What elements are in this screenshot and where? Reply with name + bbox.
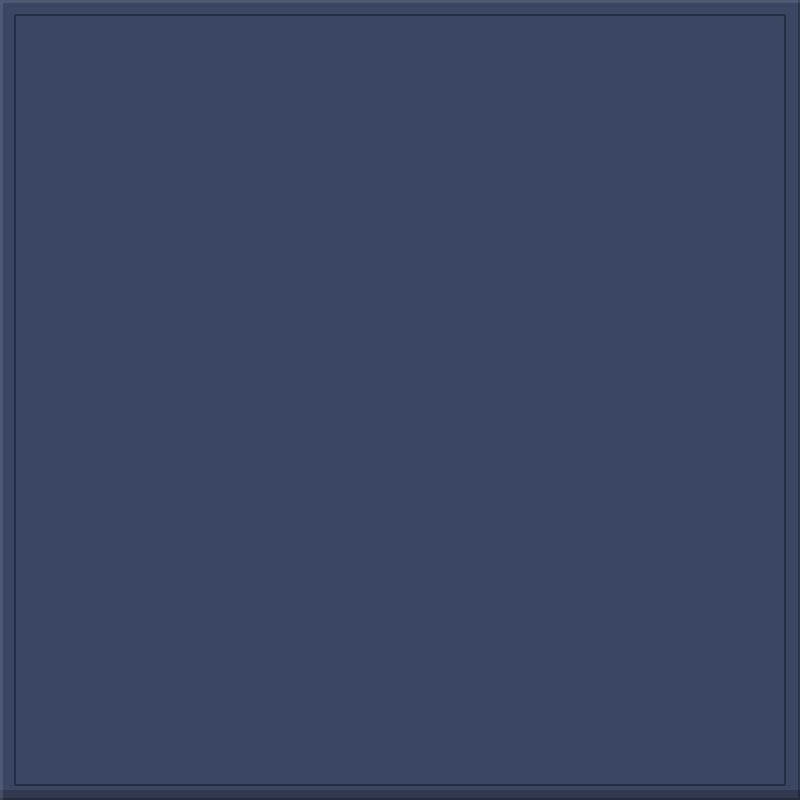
board-frame [0, 0, 800, 800]
chess-board [16, 16, 784, 784]
